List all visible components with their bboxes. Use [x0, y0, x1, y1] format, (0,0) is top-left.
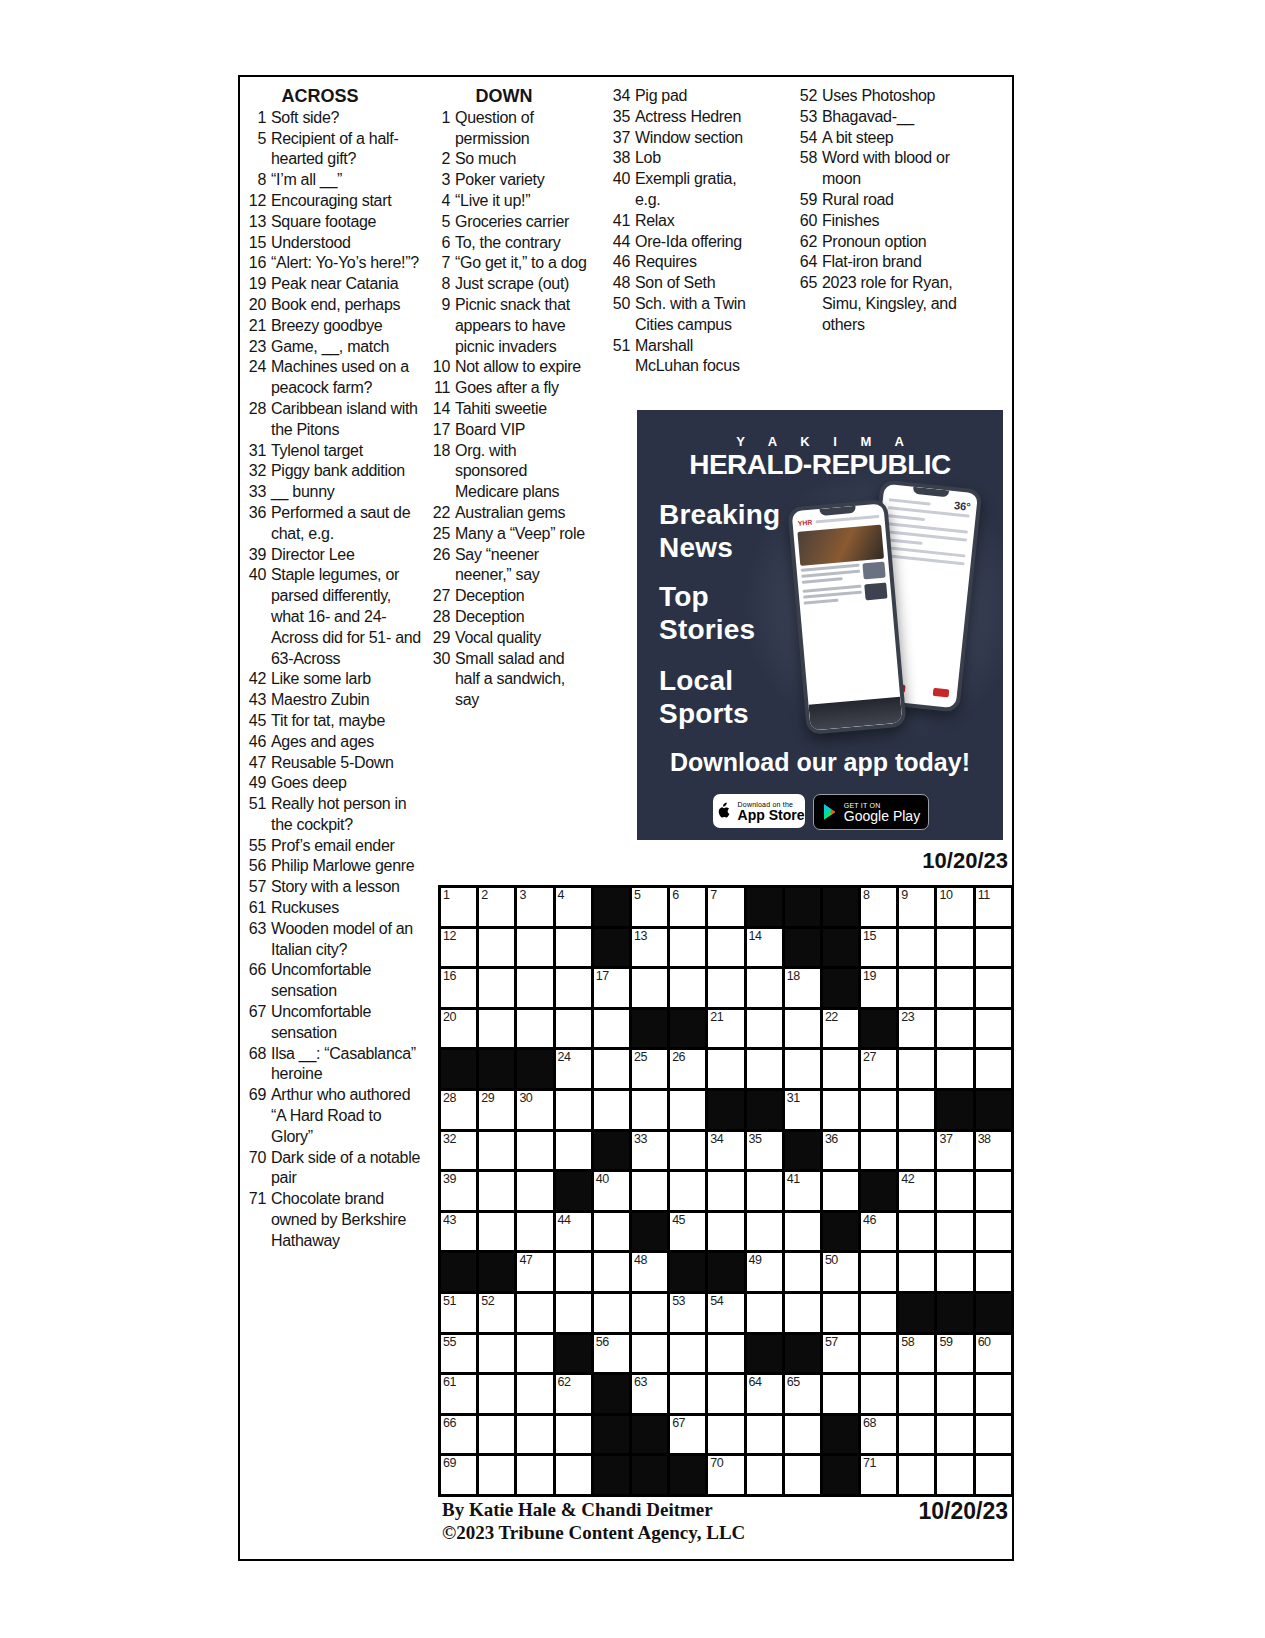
clue-text: Org. with sponsored Medicare plans [455, 441, 589, 503]
grid-cell-r7c11[interactable]: 36 [823, 1132, 858, 1170]
grid-cell-r10c3[interactable]: 47 [517, 1253, 552, 1291]
grid-cell-r7c4[interactable] [556, 1132, 591, 1170]
grid-cell-r7c9[interactable]: 35 [747, 1132, 782, 1170]
grid-cell-r4c14[interactable] [937, 1010, 972, 1048]
black-square [747, 1335, 782, 1373]
ad-brand-name: HERALD-REPUBLIC [637, 449, 1003, 481]
clue-11: 11Goes after a fly [424, 378, 592, 399]
grid-cell-r3c6[interactable] [632, 969, 667, 1007]
ad-feature-top-stories: Top Stories [659, 580, 755, 646]
grid-cell-r6c12[interactable] [861, 1091, 896, 1129]
grid-cell-r11c3[interactable] [517, 1294, 552, 1332]
grid-cell-r9c10[interactable] [785, 1213, 820, 1251]
grid-cell-r1c2[interactable]: 2 [479, 888, 514, 926]
cell-number: 6 [672, 889, 678, 902]
grid-cell-r3c14[interactable] [937, 969, 972, 1007]
grid-cell-r10c12[interactable] [861, 1253, 896, 1291]
cell-number: 68 [863, 1417, 876, 1430]
clue-38: 38Lob [604, 148, 760, 169]
grid-cell-r2c3[interactable] [517, 929, 552, 967]
across-clues-column: ACROSS 1Soft side?5Recipient of a half-h… [240, 86, 440, 1252]
grid-cell-r13c14[interactable] [937, 1375, 972, 1413]
grid-cell-r5c6[interactable]: 25 [632, 1050, 667, 1088]
black-square [441, 1050, 476, 1088]
black-square [632, 1010, 667, 1048]
article-row [802, 582, 887, 607]
grid-cell-r15c14[interactable] [937, 1456, 972, 1494]
grid-cell-r8c7[interactable] [670, 1172, 705, 1210]
clue-24: 24Machines used on a peacock farm? [240, 357, 440, 399]
cell-number: 60 [978, 1336, 991, 1349]
grid-cell-r2c15[interactable] [976, 929, 1011, 967]
clue-number: 2 [424, 149, 455, 170]
grid-cell-r13c3[interactable] [517, 1375, 552, 1413]
grid-cell-r7c2[interactable] [479, 1132, 514, 1170]
grid-cell-r9c12[interactable]: 46 [861, 1213, 896, 1251]
grid-cell-r15c9[interactable] [747, 1456, 782, 1494]
clue-68: 68Ilsa __: “Casablanca” heroine [240, 1044, 440, 1086]
clue-number: 71 [240, 1189, 271, 1251]
clue-number: 30 [424, 649, 455, 711]
cell-number: 38 [978, 1133, 991, 1146]
grid-cell-r8c5[interactable]: 40 [594, 1172, 629, 1210]
grid-cell-r3c5[interactable]: 17 [594, 969, 629, 1007]
cell-number: 10 [939, 889, 952, 902]
clue-number: 49 [240, 773, 271, 794]
grid-cell-r4c10[interactable] [785, 1010, 820, 1048]
clue-number: 58 [791, 148, 822, 190]
clue-41: 41Relax [604, 211, 760, 232]
cell-number: 23 [901, 1011, 914, 1024]
clue-number: 63 [240, 919, 271, 961]
grid-cell-r12c11[interactable]: 57 [823, 1335, 858, 1373]
grid-cell-r12c3[interactable] [517, 1335, 552, 1373]
cell-number: 58 [901, 1336, 914, 1349]
black-square [823, 1456, 858, 1494]
grid-cell-r10c5[interactable] [594, 1253, 629, 1291]
grid-cell-r15c15[interactable] [976, 1456, 1011, 1494]
clue-number: 59 [791, 190, 822, 211]
grid-cell-r14c7[interactable]: 67 [670, 1416, 705, 1454]
grid-cell-r1c14[interactable]: 10 [937, 888, 972, 926]
grid-cell-r4c3[interactable] [517, 1010, 552, 1048]
clue-50: 50Sch. with a Twin Cities campus [604, 294, 760, 336]
cell-number: 64 [749, 1376, 762, 1389]
grid-cell-r11c10[interactable] [785, 1294, 820, 1332]
grid-cell-r3c2[interactable] [479, 969, 514, 1007]
grid-cell-r8c10[interactable]: 41 [785, 1172, 820, 1210]
grid-cell-r11c8[interactable]: 54 [708, 1294, 743, 1332]
clue-text: Say “neener neener,” say [455, 545, 589, 587]
grid-cell-r7c3[interactable] [517, 1132, 552, 1170]
grid-cell-r6c10[interactable]: 31 [785, 1091, 820, 1129]
grid-cell-r3c7[interactable] [670, 969, 705, 1007]
crossword-grid: 1234567891011121314151617181920212223242… [438, 885, 1014, 1497]
ad-feature-local-sports: Local Sports [659, 664, 749, 730]
clue-text: Groceries carrier [455, 212, 589, 233]
grid-cell-r8c11[interactable] [823, 1172, 858, 1210]
grid-cell-r15c3[interactable] [517, 1456, 552, 1494]
grid-cell-r8c3[interactable] [517, 1172, 552, 1210]
cell-number: 65 [787, 1376, 800, 1389]
grid-cell-r14c9[interactable] [747, 1416, 782, 1454]
cell-number: 31 [787, 1092, 800, 1105]
clue-37: 37Window section [604, 128, 760, 149]
puzzle-date-bottom: 10/20/23 [758, 1498, 1008, 1525]
grid-cell-r10c6[interactable]: 48 [632, 1253, 667, 1291]
grid-cell-r2c12[interactable]: 15 [861, 929, 896, 967]
grid-cell-r8c13[interactable]: 42 [899, 1172, 934, 1210]
grid-cell-r3c13[interactable] [899, 969, 934, 1007]
clue-number: 12 [240, 191, 271, 212]
google-play-badge[interactable]: GET IT ON Google Play [813, 794, 929, 830]
grid-cell-r12c8[interactable] [708, 1335, 743, 1373]
article-thumbnail [864, 582, 887, 600]
black-square [785, 1335, 820, 1373]
clue-number: 8 [424, 274, 455, 295]
grid-cell-r4c4[interactable] [556, 1010, 591, 1048]
cell-number: 63 [634, 1376, 647, 1389]
clue-63: 63Wooden model of an Italian city? [240, 919, 440, 961]
across-header: ACROSS [240, 86, 400, 107]
cell-number: 2 [481, 889, 487, 902]
grid-cell-r13c13[interactable] [899, 1375, 934, 1413]
grid-cell-r9c3[interactable] [517, 1213, 552, 1251]
down-clue-list-3: 52Uses Photoshop53Bhagavad-__54A bit ste… [791, 86, 961, 336]
grid-cell-r7c15[interactable]: 38 [976, 1132, 1011, 1170]
grid-cell-r2c9[interactable]: 14 [747, 929, 782, 967]
grid-cell-r11c9[interactable] [747, 1294, 782, 1332]
grid-cell-r13c6[interactable]: 63 [632, 1375, 667, 1413]
grid-cell-r1c7[interactable]: 6 [670, 888, 705, 926]
grid-cell-r13c1[interactable]: 61 [441, 1375, 476, 1413]
clue-number: 48 [604, 273, 635, 294]
grid-cell-r6c5[interactable] [594, 1091, 629, 1129]
cell-number: 36 [825, 1133, 838, 1146]
grid-cell-r15c12[interactable]: 71 [861, 1456, 896, 1494]
grid-cell-r13c10[interactable]: 65 [785, 1375, 820, 1413]
grid-cell-r8c2[interactable] [479, 1172, 514, 1210]
grid-cell-r13c9[interactable]: 64 [747, 1375, 782, 1413]
black-square [632, 1416, 667, 1454]
clue-text: Uncomfortable sensation [271, 1002, 423, 1044]
clue-15: 15Understood [240, 233, 440, 254]
clue-number: 40 [240, 565, 271, 669]
grid-cell-r13c7[interactable] [670, 1375, 705, 1413]
grid-cell-r2c2[interactable] [479, 929, 514, 967]
grid-cell-r5c11[interactable] [823, 1050, 858, 1088]
grid-cell-r12c6[interactable] [632, 1335, 667, 1373]
clue-text: Marshall McLuhan focus [635, 336, 759, 378]
grid-cell-r7c8[interactable]: 34 [708, 1132, 743, 1170]
clue-2: 2So much [424, 149, 592, 170]
grid-cell-r1c12[interactable]: 8 [861, 888, 896, 926]
grid-cell-r7c14[interactable]: 37 [937, 1132, 972, 1170]
grid-cell-r2c1[interactable]: 12 [441, 929, 476, 967]
grid-cell-r7c1[interactable]: 32 [441, 1132, 476, 1170]
grid-cell-r6c13[interactable] [899, 1091, 934, 1129]
grid-cell-r2c7[interactable] [670, 929, 705, 967]
grid-cell-r8c14[interactable] [937, 1172, 972, 1210]
grid-cell-r9c9[interactable] [747, 1213, 782, 1251]
grid-cell-r4c11[interactable]: 22 [823, 1010, 858, 1048]
clue-4: 4“Live it up!” [424, 191, 592, 212]
clue-3: 3Poker variety [424, 170, 592, 191]
clue-25: 25Many a “Veep” role [424, 524, 592, 545]
clue-61: 61Ruckuses [240, 898, 440, 919]
down-clues-column-3: 52Uses Photoshop53Bhagavad-__54A bit ste… [791, 86, 961, 336]
cell-number: 25 [634, 1051, 647, 1064]
grid-cell-r5c8[interactable] [708, 1050, 743, 1088]
grid-cell-r5c13[interactable] [899, 1050, 934, 1088]
black-square [937, 1091, 972, 1129]
clue-number: 17 [424, 420, 455, 441]
cell-number: 32 [443, 1133, 456, 1146]
grid-cell-r4c2[interactable] [479, 1010, 514, 1048]
puzzle-date-top: 10/20/23 [758, 848, 1008, 874]
grid-cell-r12c7[interactable] [670, 1335, 705, 1373]
grid-cell-r6c6[interactable] [632, 1091, 667, 1129]
grid-cell-r9c8[interactable] [708, 1213, 743, 1251]
grid-cell-r14c3[interactable] [517, 1416, 552, 1454]
clue-number: 47 [240, 753, 271, 774]
grid-cell-r3c10[interactable]: 18 [785, 969, 820, 1007]
grid-cell-r13c4[interactable]: 62 [556, 1375, 591, 1413]
clue-46: 46Requires [604, 252, 760, 273]
grid-cell-r3c15[interactable] [976, 969, 1011, 1007]
grid-cell-r15c4[interactable] [556, 1456, 591, 1494]
clue-number: 35 [604, 107, 635, 128]
grid-cell-r10c4[interactable] [556, 1253, 591, 1291]
clue-text: Poker variety [455, 170, 589, 191]
grid-cell-r14c10[interactable] [785, 1416, 820, 1454]
clue-text: Small salad and half a sandwich, say [455, 649, 589, 711]
grid-cell-r1c6[interactable]: 5 [632, 888, 667, 926]
cell-number: 29 [481, 1092, 494, 1105]
phone-mockup-front: YHR [787, 499, 906, 735]
grid-cell-r13c11[interactable] [823, 1375, 858, 1413]
clue-32: 32Piggy bank addition [240, 461, 440, 482]
grid-cell-r15c10[interactable] [785, 1456, 820, 1494]
grid-cell-r4c15[interactable] [976, 1010, 1011, 1048]
grid-cell-r14c4[interactable] [556, 1416, 591, 1454]
grid-cell-r9c5[interactable] [594, 1213, 629, 1251]
grid-cell-r3c8[interactable] [708, 969, 743, 1007]
grid-cell-r11c7[interactable]: 53 [670, 1294, 705, 1332]
grid-cell-r7c7[interactable] [670, 1132, 705, 1170]
grid-cell-r14c1[interactable]: 66 [441, 1416, 476, 1454]
grid-cell-r15c1[interactable]: 69 [441, 1456, 476, 1494]
grid-cell-r5c5[interactable] [594, 1050, 629, 1088]
grid-cell-r5c15[interactable] [976, 1050, 1011, 1088]
grid-cell-r3c4[interactable] [556, 969, 591, 1007]
grid-cell-r10c14[interactable] [937, 1253, 972, 1291]
grid-cell-r6c2[interactable]: 29 [479, 1091, 514, 1129]
grid-cell-r10c13[interactable] [899, 1253, 934, 1291]
black-square [823, 1416, 858, 1454]
grid-cell-r14c14[interactable] [937, 1416, 972, 1454]
grid-cell-r11c11[interactable] [823, 1294, 858, 1332]
clue-text: Exempli gratia, e.g. [635, 169, 759, 211]
clue-65: 652023 role for Ryan, Simu, Kingsley, an… [791, 273, 961, 335]
grid-cell-r4c13[interactable]: 23 [899, 1010, 934, 1048]
clue-46: 46Ages and ages [240, 732, 440, 753]
grid-cell-r2c13[interactable] [899, 929, 934, 967]
grid-cell-r3c12[interactable]: 19 [861, 969, 896, 1007]
grid-cell-r13c2[interactable] [479, 1375, 514, 1413]
clue-number: 42 [240, 669, 271, 690]
grid-cell-r9c4[interactable]: 44 [556, 1213, 591, 1251]
grid-cell-r13c12[interactable] [861, 1375, 896, 1413]
grid-cell-r4c5[interactable] [594, 1010, 629, 1048]
clue-number: 33 [240, 482, 271, 503]
clue-text: Prof’s email ender [271, 836, 423, 857]
grid-cell-r14c13[interactable] [899, 1416, 934, 1454]
clue-number: 65 [791, 273, 822, 335]
cell-number: 27 [863, 1051, 876, 1064]
clue-text: Arthur who authored “A Hard Road to Glor… [271, 1085, 423, 1147]
down-clue-list: 1Question of permission2So much3Poker va… [424, 108, 592, 711]
grid-cell-r12c1[interactable]: 55 [441, 1335, 476, 1373]
grid-cell-r12c15[interactable]: 60 [976, 1335, 1011, 1373]
grid-cell-r14c2[interactable] [479, 1416, 514, 1454]
grid-cell-r14c15[interactable] [976, 1416, 1011, 1454]
grid-cell-r9c15[interactable] [976, 1213, 1011, 1251]
grid-cell-r6c3[interactable]: 30 [517, 1091, 552, 1129]
grid-cell-r15c13[interactable] [899, 1456, 934, 1494]
grid-cell-r3c1[interactable]: 16 [441, 969, 476, 1007]
grid-cell-r4c8[interactable]: 21 [708, 1010, 743, 1048]
grid-cell-r1c1[interactable]: 1 [441, 888, 476, 926]
grid-cell-r8c9[interactable] [747, 1172, 782, 1210]
grid-cell-r2c14[interactable] [937, 929, 972, 967]
clue-60: 60Finishes [791, 211, 961, 232]
clue-text: Finishes [822, 211, 961, 232]
grid-cell-r11c12[interactable] [861, 1294, 896, 1332]
grid-cell-r15c8[interactable]: 70 [708, 1456, 743, 1494]
grid-cell-r12c12[interactable] [861, 1335, 896, 1373]
clue-47: 47Reusable 5-Down [240, 753, 440, 774]
grid-cell-r2c8[interactable] [708, 929, 743, 967]
grid-cell-r1c13[interactable]: 9 [899, 888, 934, 926]
grid-cell-r10c9[interactable]: 49 [747, 1253, 782, 1291]
grid-cell-r1c15[interactable]: 11 [976, 888, 1011, 926]
clue-number: 40 [604, 169, 635, 211]
grid-cell-r6c7[interactable] [670, 1091, 705, 1129]
clue-33: 33__ bunny [240, 482, 440, 503]
grid-cell-r13c15[interactable] [976, 1375, 1011, 1413]
grid-cell-r7c6[interactable]: 33 [632, 1132, 667, 1170]
grid-cell-r15c2[interactable] [479, 1456, 514, 1494]
grid-cell-r5c4[interactable]: 24 [556, 1050, 591, 1088]
grid-cell-r11c4[interactable] [556, 1294, 591, 1332]
grid-cell-r10c15[interactable] [976, 1253, 1011, 1291]
grid-cell-r4c9[interactable] [747, 1010, 782, 1048]
cell-number: 21 [710, 1011, 723, 1024]
grid-cell-r5c14[interactable] [937, 1050, 972, 1088]
grid-cell-r14c8[interactable] [708, 1416, 743, 1454]
clue-text: Ilsa __: “Casablanca” heroine [271, 1044, 423, 1086]
clue-number: 26 [424, 545, 455, 587]
grid-cell-r11c2[interactable]: 52 [479, 1294, 514, 1332]
grid-cell-r8c15[interactable] [976, 1172, 1011, 1210]
grid-cell-r7c12[interactable] [861, 1132, 896, 1170]
grid-cell-r11c6[interactable] [632, 1294, 667, 1332]
grid-cell-r12c13[interactable]: 58 [899, 1335, 934, 1373]
grid-cell-r9c13[interactable] [899, 1213, 934, 1251]
clue-text: Flat-iron brand [822, 252, 961, 273]
cell-number: 33 [634, 1133, 647, 1146]
cell-number: 37 [939, 1133, 952, 1146]
black-square [708, 1253, 743, 1291]
grid-cell-r2c4[interactable] [556, 929, 591, 967]
clue-text: Like some larb [271, 669, 423, 690]
cell-number: 12 [443, 930, 456, 943]
clue-text: Uncomfortable sensation [271, 960, 423, 1002]
grid-cell-r12c2[interactable] [479, 1335, 514, 1373]
grid-cell-r8c6[interactable] [632, 1172, 667, 1210]
cell-number: 39 [443, 1173, 456, 1186]
grid-cell-r1c8[interactable]: 7 [708, 888, 743, 926]
cell-number: 7 [710, 889, 716, 902]
grid-cell-r9c2[interactable] [479, 1213, 514, 1251]
grid-cell-r3c9[interactable] [747, 969, 782, 1007]
grid-cell-r6c11[interactable] [823, 1091, 858, 1129]
grid-cell-r4c1[interactable]: 20 [441, 1010, 476, 1048]
clue-number: 50 [604, 294, 635, 336]
clue-66: 66Uncomfortable sensation [240, 960, 440, 1002]
grid-cell-r11c1[interactable]: 51 [441, 1294, 476, 1332]
grid-cell-r11c5[interactable] [594, 1294, 629, 1332]
clue-number: 1 [240, 108, 271, 129]
grid-cell-r9c7[interactable]: 45 [670, 1213, 705, 1251]
grid-cell-r3c3[interactable] [517, 969, 552, 1007]
cell-number: 61 [443, 1376, 456, 1389]
clue-number: 41 [604, 211, 635, 232]
grid-cell-r1c4[interactable]: 4 [556, 888, 591, 926]
clue-text: Not allow to expire [455, 357, 589, 378]
grid-cell-r9c1[interactable]: 43 [441, 1213, 476, 1251]
clue-39: 39Director Lee [240, 545, 440, 566]
grid-cell-r8c8[interactable] [708, 1172, 743, 1210]
grid-cell-r14c12[interactable]: 68 [861, 1416, 896, 1454]
grid-cell-r12c14[interactable]: 59 [937, 1335, 972, 1373]
app-store-badge[interactable]: Download on the App Store [713, 794, 805, 828]
grid-cell-r5c7[interactable]: 26 [670, 1050, 705, 1088]
grid-cell-r1c3[interactable]: 3 [517, 888, 552, 926]
grid-cell-r8c1[interactable]: 39 [441, 1172, 476, 1210]
grid-cell-r10c11[interactable]: 50 [823, 1253, 858, 1291]
grid-cell-r12c5[interactable]: 56 [594, 1335, 629, 1373]
grid-cell-r5c9[interactable] [747, 1050, 782, 1088]
grid-cell-r13c8[interactable] [708, 1375, 743, 1413]
clue-text: Really hot person in the cockpit? [271, 794, 423, 836]
grid-cell-r2c6[interactable]: 13 [632, 929, 667, 967]
cell-number: 47 [519, 1254, 532, 1267]
grid-cell-r10c10[interactable] [785, 1253, 820, 1291]
grid-cell-r7c13[interactable] [899, 1132, 934, 1170]
clue-text: Reusable 5-Down [271, 753, 423, 774]
black-square [785, 929, 820, 967]
grid-cell-r5c12[interactable]: 27 [861, 1050, 896, 1088]
grid-cell-r9c14[interactable] [937, 1213, 972, 1251]
grid-cell-r5c10[interactable] [785, 1050, 820, 1088]
grid-cell-r6c4[interactable] [556, 1091, 591, 1129]
clue-62: 62Pronoun option [791, 232, 961, 253]
clue-text: Lob [635, 148, 759, 169]
grid-cell-r6c1[interactable]: 28 [441, 1091, 476, 1129]
down-clues-column-2: 34Pig pad35Actress Hedren37Window sectio… [604, 86, 760, 377]
